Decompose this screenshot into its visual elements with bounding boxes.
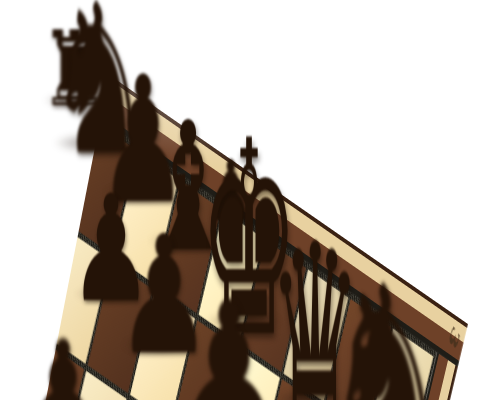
- chess-set-photo: 3 ♜♞♟♝♟♚♟♟♛♟♞♟: [0, 0, 500, 400]
- frame-coordinate-label: 3: [446, 322, 463, 354]
- photo-crop-topleft: [0, 0, 50, 75]
